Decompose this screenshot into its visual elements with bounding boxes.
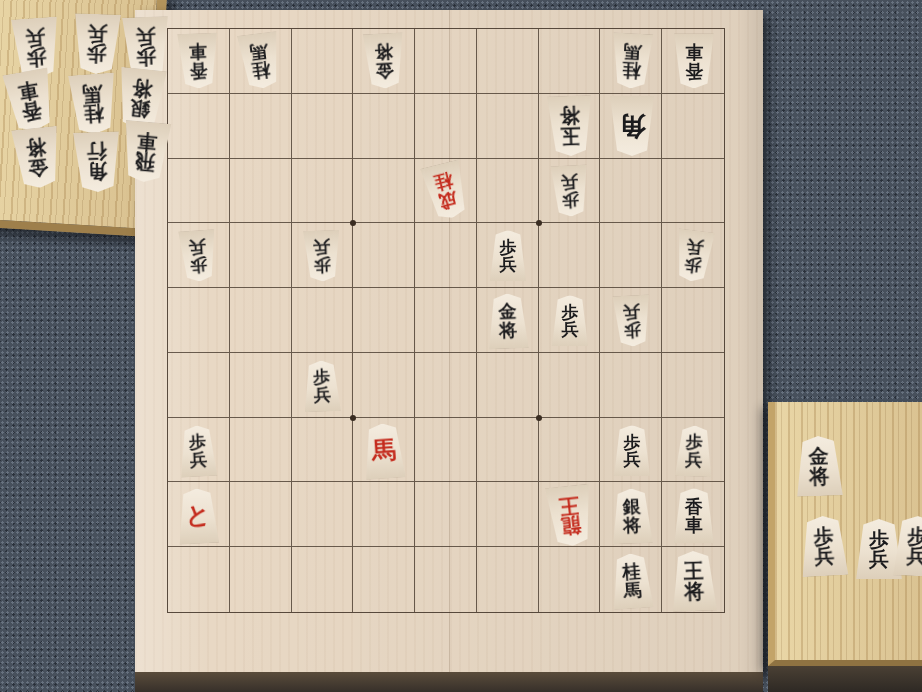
square-5a[interactable] [415, 29, 477, 94]
piece-kanji: 歩 [869, 529, 889, 549]
star-point [350, 415, 356, 421]
piece-kanji: 兵 [87, 23, 108, 44]
piece-kanji: 桂 [433, 171, 455, 193]
piece-kanji: 将 [374, 42, 393, 61]
square-5b[interactable] [415, 94, 477, 159]
piece-kanji: 歩 [26, 47, 47, 69]
square-5g[interactable] [415, 418, 477, 483]
square-4a[interactable] [477, 29, 539, 94]
square-1b[interactable] [662, 94, 724, 159]
square-8e[interactable] [230, 288, 292, 353]
square-3a[interactable] [539, 29, 601, 94]
piece-kanji: 香 [685, 497, 703, 515]
square-4f[interactable] [477, 353, 539, 418]
square-8g[interactable] [230, 418, 292, 483]
piece-kanji: 香 [685, 61, 703, 79]
square-6c[interactable] [353, 159, 415, 224]
square-1e[interactable] [662, 288, 724, 353]
square-7i[interactable] [292, 547, 354, 612]
square-7c[interactable] [292, 159, 354, 224]
piece-kanji: 将 [684, 580, 705, 601]
piece-kanji: 金 [375, 60, 394, 79]
square-8h[interactable] [230, 482, 292, 547]
piece-kanji: 将 [131, 78, 153, 100]
board-side-edge [135, 672, 763, 692]
square-6i[interactable] [353, 547, 415, 612]
square-4g[interactable] [477, 418, 539, 483]
piece-kanji: 兵 [814, 545, 835, 566]
piece-kanji: 車 [188, 42, 207, 61]
piece-kanji: 兵 [313, 238, 331, 256]
square-5d[interactable] [415, 223, 477, 288]
square-8b[interactable] [230, 94, 292, 159]
square-7e[interactable] [292, 288, 354, 353]
piece-kanji: 行 [86, 141, 107, 162]
piece-kanji: 兵 [190, 450, 208, 468]
sente-stand-side-edge [768, 666, 922, 692]
square-9i[interactable] [168, 547, 230, 612]
piece-kanji: 兵 [188, 238, 206, 256]
square-9f[interactable] [168, 353, 230, 418]
piece-kanji: 角 [619, 112, 646, 139]
piece-kanji: 馬 [249, 41, 269, 61]
piece-kanji: 兵 [685, 450, 703, 468]
piece-kanji: 歩 [500, 238, 517, 255]
square-4b[interactable] [477, 94, 539, 159]
piece-kanji: 車 [136, 131, 158, 153]
piece-kanji: 将 [809, 466, 830, 487]
piece-kanji: 歩 [313, 368, 331, 386]
square-3g[interactable] [539, 418, 601, 483]
square-9e[interactable] [168, 288, 230, 353]
piece-kanji: 香 [189, 60, 208, 79]
star-point [536, 415, 542, 421]
star-point [350, 220, 356, 226]
piece-kanji: 兵 [561, 173, 579, 191]
shogi-scene: 香車桂馬金将桂馬香車玉将角成桂歩兵歩兵歩兵歩兵歩兵金将歩兵歩兵歩兵歩兵馬歩兵歩兵… [0, 0, 922, 692]
square-6b[interactable] [353, 94, 415, 159]
piece-kanji: 兵 [869, 549, 889, 569]
piece-kanji: 兵 [314, 385, 332, 403]
piece-kanji: 兵 [25, 27, 46, 49]
square-4c[interactable] [477, 159, 539, 224]
square-3f[interactable] [539, 353, 601, 418]
piece-kanji: 王 [683, 560, 704, 581]
square-3i[interactable] [539, 547, 601, 612]
piece-kanji: 馬 [371, 437, 397, 463]
piece-kanji: 馬 [82, 83, 103, 105]
piece-kanji: 車 [17, 79, 40, 102]
square-5i[interactable] [415, 547, 477, 612]
piece-kanji: 兵 [624, 451, 641, 468]
piece-kanji: 歩 [686, 433, 704, 451]
piece-kanji: 兵 [906, 546, 922, 567]
square-2c[interactable] [600, 159, 662, 224]
square-7a[interactable] [292, 29, 354, 94]
piece-kanji: 兵 [135, 26, 156, 47]
square-8f[interactable] [230, 353, 292, 418]
square-5f[interactable] [415, 353, 477, 418]
square-1f[interactable] [662, 353, 724, 418]
piece-kanji: 兵 [686, 237, 705, 256]
square-9c[interactable] [168, 159, 230, 224]
square-7h[interactable] [292, 482, 354, 547]
piece-kanji: 歩 [624, 433, 641, 450]
square-8c[interactable] [230, 159, 292, 224]
square-6d[interactable] [353, 223, 415, 288]
piece-kanji: 兵 [562, 321, 579, 338]
square-2d[interactable] [600, 223, 662, 288]
piece-kanji: 歩 [136, 47, 157, 68]
square-6h[interactable] [353, 482, 415, 547]
square-2f[interactable] [600, 353, 662, 418]
square-4h[interactable] [477, 482, 539, 547]
piece-kanji: 玉 [560, 125, 581, 146]
piece-kanji: 馬 [623, 42, 642, 61]
piece-kanji: 金 [498, 302, 517, 321]
square-4i[interactable] [477, 547, 539, 612]
square-9b[interactable] [168, 94, 230, 159]
piece-kanji: 銀 [622, 497, 641, 516]
piece-kanji: 兵 [623, 303, 641, 321]
sente-piece-stand [768, 402, 922, 666]
piece-kanji: 王 [558, 494, 580, 516]
piece-kanji: 桂 [622, 60, 641, 79]
piece-kanji: 歩 [86, 44, 107, 65]
piece-kanji: 兵 [500, 256, 517, 273]
piece-kanji: 桂 [83, 103, 104, 125]
piece-kanji: 車 [685, 42, 703, 60]
square-1c[interactable] [662, 159, 724, 224]
square-7b[interactable] [292, 94, 354, 159]
square-6e[interactable] [353, 288, 415, 353]
shogi-board [135, 10, 763, 672]
star-point [536, 220, 542, 226]
square-5h[interactable] [415, 482, 477, 547]
square-7g[interactable] [292, 418, 354, 483]
piece-kanji: 将 [499, 320, 518, 339]
square-3d[interactable] [539, 223, 601, 288]
piece-kanji: 将 [25, 137, 47, 159]
square-8d[interactable] [230, 223, 292, 288]
piece-kanji: 歩 [314, 255, 332, 273]
piece-kanji: 歩 [562, 303, 579, 320]
piece-kanji: 将 [559, 105, 580, 126]
piece-kanji: 馬 [623, 580, 642, 599]
square-5e[interactable] [415, 288, 477, 353]
square-8i[interactable] [230, 547, 292, 612]
piece-kanji: と [185, 503, 211, 529]
piece-kanji: 角 [87, 162, 108, 183]
square-6f[interactable] [353, 353, 415, 418]
piece-kanji: 将 [623, 515, 642, 534]
piece-kanji: 車 [685, 516, 703, 534]
